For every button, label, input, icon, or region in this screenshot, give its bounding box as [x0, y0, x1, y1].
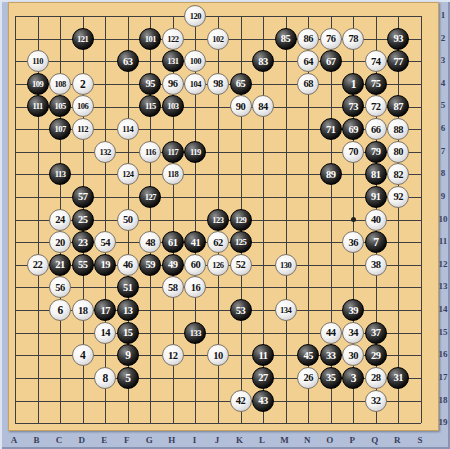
move-number: 67: [326, 56, 336, 67]
stone-P16-move-30[interactable]: 30: [342, 344, 364, 366]
move-number: 39: [349, 305, 359, 316]
stone-I7-move-119[interactable]: 119: [184, 141, 206, 163]
stone-O3-move-67[interactable]: 67: [320, 50, 342, 72]
move-number: 17: [100, 305, 110, 316]
column-label-S: S: [417, 435, 422, 445]
move-number: 75: [371, 78, 381, 89]
move-number: 92: [394, 191, 404, 202]
stone-O17-move-35[interactable]: 35: [320, 367, 342, 389]
stone-F13-move-51[interactable]: 51: [117, 276, 139, 298]
stone-Q18-move-32[interactable]: 32: [365, 390, 387, 412]
move-number: 35: [326, 372, 336, 383]
row-label-5: 5: [441, 100, 446, 110]
move-number: 114: [122, 124, 133, 134]
move-number: 24: [55, 214, 65, 225]
row-label-10: 10: [439, 214, 448, 224]
stone-M12-move-130[interactable]: 130: [275, 254, 297, 276]
move-number: 117: [167, 147, 178, 157]
stone-F17-move-5[interactable]: 5: [117, 367, 139, 389]
move-number: 3: [351, 372, 356, 384]
stone-Q7-move-79[interactable]: 79: [365, 141, 387, 163]
stone-O8-move-89[interactable]: 89: [320, 163, 342, 185]
move-number: 30: [349, 350, 359, 361]
move-number: 133: [190, 328, 201, 338]
move-number: 101: [145, 34, 156, 44]
stone-P2-move-78[interactable]: 78: [342, 28, 364, 50]
stone-Q11-move-7[interactable]: 7: [365, 231, 387, 253]
move-number: 125: [235, 237, 246, 247]
move-number: 119: [190, 147, 201, 157]
stone-D5-move-106[interactable]: 106: [72, 95, 94, 117]
stone-R2-move-93[interactable]: 93: [387, 28, 409, 50]
stone-G12-move-59[interactable]: 59: [139, 254, 161, 276]
stone-C5-move-105[interactable]: 105: [49, 95, 71, 117]
move-number: 8: [103, 372, 108, 384]
stone-Q6-move-66[interactable]: 66: [365, 118, 387, 140]
stone-D9-move-57[interactable]: 57: [72, 186, 94, 208]
move-number: 78: [349, 33, 359, 44]
stone-G7-move-116[interactable]: 116: [139, 141, 161, 163]
column-label-L: L: [259, 435, 265, 445]
move-number: 120: [190, 11, 201, 21]
move-number: 111: [32, 101, 42, 111]
stone-R5-move-87[interactable]: 87: [387, 95, 409, 117]
row-label-14: 14: [439, 304, 448, 314]
move-number: 44: [326, 327, 336, 338]
grid-line-vertical: [398, 16, 399, 423]
row-label-9: 9: [441, 191, 446, 201]
stone-Q8-move-81[interactable]: 81: [365, 163, 387, 185]
move-number: 37: [371, 327, 381, 338]
stone-J4-move-98[interactable]: 98: [207, 73, 229, 95]
stone-F14-move-13[interactable]: 13: [117, 299, 139, 321]
stone-O6-move-71[interactable]: 71: [320, 118, 342, 140]
move-number: 96: [168, 78, 178, 89]
move-number: 65: [236, 78, 246, 89]
move-number: 32: [371, 395, 381, 406]
stone-P7-move-70[interactable]: 70: [342, 141, 364, 163]
move-number: 26: [303, 372, 313, 383]
stone-Q4-move-75[interactable]: 75: [365, 73, 387, 95]
move-number: 122: [167, 34, 178, 44]
move-number: 23: [78, 237, 88, 248]
move-number: 7: [373, 236, 378, 248]
grid-line-vertical: [286, 16, 287, 423]
stone-N16-move-45[interactable]: 45: [297, 344, 319, 366]
stone-M14-move-134[interactable]: 134: [275, 299, 297, 321]
move-number: 6: [57, 304, 62, 316]
move-number: 25: [78, 214, 88, 225]
stone-K10-move-129[interactable]: 129: [230, 209, 252, 231]
stone-L5-move-84[interactable]: 84: [252, 95, 274, 117]
stone-F15-move-15[interactable]: 15: [117, 322, 139, 344]
move-number: 91: [371, 191, 381, 202]
move-number: 90: [236, 101, 246, 112]
stone-K11-move-125[interactable]: 125: [230, 231, 252, 253]
column-label-J: J: [215, 435, 220, 445]
move-number: 52: [236, 259, 246, 270]
move-number: 66: [371, 124, 381, 135]
move-number: 9: [125, 349, 130, 361]
stone-K12-move-52[interactable]: 52: [230, 254, 252, 276]
move-number: 80: [394, 146, 404, 157]
stone-B4-move-109[interactable]: 109: [27, 73, 49, 95]
stone-C12-move-21[interactable]: 21: [49, 254, 71, 276]
stone-K18-move-42[interactable]: 42: [230, 390, 252, 412]
stone-R7-move-80[interactable]: 80: [387, 141, 409, 163]
stone-H12-move-49[interactable]: 49: [162, 254, 184, 276]
row-label-18: 18: [439, 395, 448, 405]
stone-H3-move-131[interactable]: 131: [162, 50, 184, 72]
stone-I13-move-16[interactable]: 16: [184, 276, 206, 298]
move-number: 12: [168, 350, 178, 361]
grid-line-vertical: [421, 16, 422, 423]
move-number: 110: [32, 56, 43, 66]
stone-Q15-move-37[interactable]: 37: [365, 322, 387, 344]
move-number: 1: [351, 78, 356, 90]
move-number: 105: [54, 101, 65, 111]
stone-K14-move-53[interactable]: 53: [230, 299, 252, 321]
move-number: 34: [349, 327, 359, 338]
stone-D6-move-112[interactable]: 112: [72, 118, 94, 140]
move-number: 38: [371, 259, 381, 270]
move-number: 31: [394, 372, 404, 383]
move-number: 13: [123, 305, 133, 316]
move-number: 15: [123, 327, 133, 338]
stone-F12-move-46[interactable]: 46: [117, 254, 139, 276]
grid-line-horizontal: [15, 423, 421, 424]
stone-R17-move-31[interactable]: 31: [387, 367, 409, 389]
stone-J12-move-126[interactable]: 126: [207, 254, 229, 276]
move-number: 70: [349, 146, 359, 157]
column-label-K: K: [236, 435, 243, 445]
move-number: 108: [54, 79, 65, 89]
move-number: 74: [371, 56, 381, 67]
stone-K4-move-65[interactable]: 65: [230, 73, 252, 95]
move-number: 129: [235, 215, 246, 225]
stone-D14-move-18[interactable]: 18: [72, 299, 94, 321]
move-number: 72: [371, 101, 381, 112]
stone-E7-move-132[interactable]: 132: [94, 141, 116, 163]
move-number: 57: [78, 191, 88, 202]
stone-Q17-move-28[interactable]: 28: [365, 367, 387, 389]
move-number: 46: [123, 259, 133, 270]
stone-D4-move-2[interactable]: 2: [72, 73, 94, 95]
move-number: 84: [258, 101, 268, 112]
column-label-Q: Q: [371, 435, 378, 445]
move-number: 41: [191, 237, 201, 248]
stone-B3-move-110[interactable]: 110: [27, 50, 49, 72]
stone-P14-move-39[interactable]: 39: [342, 299, 364, 321]
stone-H8-move-118[interactable]: 118: [162, 163, 184, 185]
move-number: 123: [212, 215, 223, 225]
move-number: 42: [236, 395, 246, 406]
stone-I4-move-104[interactable]: 104: [184, 73, 206, 95]
move-number: 71: [326, 124, 336, 135]
stone-Q10-move-40[interactable]: 40: [365, 209, 387, 231]
stone-L3-move-83[interactable]: 83: [252, 50, 274, 72]
move-number: 18: [78, 305, 88, 316]
stone-R9-move-92[interactable]: 92: [387, 186, 409, 208]
move-number: 29: [371, 350, 381, 361]
stone-C6-move-107[interactable]: 107: [49, 118, 71, 140]
move-number: 79: [371, 146, 381, 157]
stone-D10-move-25[interactable]: 25: [72, 209, 94, 231]
stone-D16-move-4[interactable]: 4: [72, 344, 94, 366]
column-label-F: F: [124, 435, 130, 445]
move-number: 116: [145, 147, 156, 157]
move-number: 104: [190, 79, 201, 89]
stone-C13-move-56[interactable]: 56: [49, 276, 71, 298]
move-number: 54: [100, 237, 110, 248]
move-number: 51: [123, 282, 133, 293]
move-number: 83: [258, 56, 268, 67]
stone-O15-move-44[interactable]: 44: [320, 322, 342, 344]
move-number: 107: [54, 124, 65, 134]
column-label-R: R: [394, 435, 401, 445]
move-number: 10: [213, 350, 223, 361]
stone-D12-move-55[interactable]: 55: [72, 254, 94, 276]
stone-C4-move-108[interactable]: 108: [49, 73, 71, 95]
stone-F10-move-50[interactable]: 50: [117, 209, 139, 231]
move-number: 4: [80, 349, 85, 361]
column-label-P: P: [350, 435, 356, 445]
move-number: 98: [213, 78, 223, 89]
stone-E14-move-17[interactable]: 17: [94, 299, 116, 321]
move-number: 49: [168, 259, 178, 270]
stone-I11-move-41[interactable]: 41: [184, 231, 206, 253]
move-number: 50: [123, 214, 133, 225]
stone-J16-move-10[interactable]: 10: [207, 344, 229, 366]
move-number: 59: [146, 259, 156, 270]
move-number: 85: [281, 33, 291, 44]
stone-I15-move-133[interactable]: 133: [184, 322, 206, 344]
move-number: 103: [167, 101, 178, 111]
stone-P15-move-34[interactable]: 34: [342, 322, 364, 344]
move-number: 58: [168, 282, 178, 293]
stone-R8-move-82[interactable]: 82: [387, 163, 409, 185]
row-label-2: 2: [441, 33, 446, 43]
stone-F6-move-114[interactable]: 114: [117, 118, 139, 140]
move-number: 118: [167, 169, 178, 179]
stone-F16-move-9[interactable]: 9: [117, 344, 139, 366]
stone-E12-move-19[interactable]: 19: [94, 254, 116, 276]
move-number: 43: [258, 395, 268, 406]
stone-M2-move-85[interactable]: 85: [275, 28, 297, 50]
row-label-7: 7: [441, 146, 446, 156]
stone-Q5-move-72[interactable]: 72: [365, 95, 387, 117]
move-number: 130: [280, 260, 291, 270]
move-number: 11: [259, 350, 268, 361]
column-label-G: G: [146, 435, 153, 445]
stone-L18-move-43[interactable]: 43: [252, 390, 274, 412]
stone-N17-move-26[interactable]: 26: [297, 367, 319, 389]
stone-C14-move-6[interactable]: 6: [49, 299, 71, 321]
stone-E11-move-54[interactable]: 54: [94, 231, 116, 253]
stone-R6-move-88[interactable]: 88: [387, 118, 409, 140]
stone-N3-move-64[interactable]: 64: [297, 50, 319, 72]
move-number: 132: [100, 147, 111, 157]
stone-R3-move-77[interactable]: 77: [387, 50, 409, 72]
column-label-C: C: [56, 435, 63, 445]
move-number: 127: [145, 192, 156, 202]
row-label-17: 17: [439, 372, 448, 382]
stone-P6-move-69[interactable]: 69: [342, 118, 364, 140]
stone-G5-move-115[interactable]: 115: [139, 95, 161, 117]
move-number: 16: [191, 282, 201, 293]
move-number: 121: [77, 34, 88, 44]
move-number: 62: [213, 237, 223, 248]
move-number: 100: [190, 56, 201, 66]
column-label-H: H: [168, 435, 175, 445]
stone-J2-move-102[interactable]: 102: [207, 28, 229, 50]
stone-G4-move-95[interactable]: 95: [139, 73, 161, 95]
column-label-M: M: [280, 435, 289, 445]
stone-G2-move-101[interactable]: 101: [139, 28, 161, 50]
move-number: 112: [77, 124, 88, 134]
move-number: 53: [236, 305, 246, 316]
row-label-3: 3: [441, 55, 446, 65]
stone-H16-move-12[interactable]: 12: [162, 344, 184, 366]
row-label-11: 11: [439, 236, 448, 246]
move-number: 126: [212, 260, 223, 270]
stone-K5-move-90[interactable]: 90: [230, 95, 252, 117]
move-number: 68: [303, 78, 313, 89]
go-board[interactable]: 1234567891011121314151617181920212223242…: [8, 2, 439, 431]
column-label-D: D: [78, 435, 85, 445]
move-number: 63: [123, 56, 133, 67]
stone-I12-move-60[interactable]: 60: [184, 254, 206, 276]
stone-D11-move-23[interactable]: 23: [72, 231, 94, 253]
move-number: 33: [326, 350, 336, 361]
stone-O2-move-76[interactable]: 76: [320, 28, 342, 50]
row-label-4: 4: [441, 78, 446, 88]
move-number: 64: [303, 56, 313, 67]
move-number: 69: [349, 124, 359, 135]
stone-H11-move-61[interactable]: 61: [162, 231, 184, 253]
stone-L17-move-27[interactable]: 27: [252, 367, 274, 389]
column-label-E: E: [101, 435, 107, 445]
stone-N4-move-68[interactable]: 68: [297, 73, 319, 95]
stone-G11-move-48[interactable]: 48: [139, 231, 161, 253]
column-label-I: I: [193, 435, 197, 445]
stone-J11-move-62[interactable]: 62: [207, 231, 229, 253]
row-label-16: 16: [439, 349, 448, 359]
stone-C11-move-20[interactable]: 20: [49, 231, 71, 253]
column-label-B: B: [34, 435, 40, 445]
stone-P17-move-3[interactable]: 3: [342, 367, 364, 389]
move-number: 109: [32, 79, 43, 89]
move-number: 22: [33, 259, 43, 270]
grid-line-horizontal: [15, 401, 421, 402]
move-number: 88: [394, 124, 404, 135]
row-label-1: 1: [441, 10, 446, 20]
stone-Q12-move-38[interactable]: 38: [365, 254, 387, 276]
stone-I1-move-120[interactable]: 120: [184, 5, 206, 27]
stone-N2-move-86[interactable]: 86: [297, 28, 319, 50]
row-label-13: 13: [439, 281, 448, 291]
move-number: 45: [303, 350, 313, 361]
move-number: 77: [394, 56, 404, 67]
stone-H7-move-117[interactable]: 117: [162, 141, 184, 163]
move-number: 36: [349, 237, 359, 248]
stone-Q16-move-29[interactable]: 29: [365, 344, 387, 366]
move-number: 14: [100, 327, 110, 338]
stone-B12-move-22[interactable]: 22: [27, 254, 49, 276]
stone-H5-move-103[interactable]: 103: [162, 95, 184, 117]
stone-I3-move-100[interactable]: 100: [184, 50, 206, 72]
stone-Q9-move-91[interactable]: 91: [365, 186, 387, 208]
move-number: 19: [100, 259, 110, 270]
go-client-window: 1234567891011121314151617181920212223242…: [0, 0, 450, 449]
column-label-N: N: [304, 435, 311, 445]
move-number: 21: [55, 259, 65, 270]
move-number: 115: [145, 101, 156, 111]
move-number: 131: [167, 56, 178, 66]
move-number: 86: [303, 33, 313, 44]
stone-G9-move-127[interactable]: 127: [139, 186, 161, 208]
row-label-15: 15: [439, 327, 448, 337]
stone-H13-move-58[interactable]: 58: [162, 276, 184, 298]
row-label-12: 12: [439, 259, 448, 269]
stone-C8-move-113[interactable]: 113: [49, 163, 71, 185]
move-number: 93: [394, 33, 404, 44]
stone-L16-move-11[interactable]: 11: [252, 344, 274, 366]
move-number: 28: [371, 372, 381, 383]
stone-F3-move-63[interactable]: 63: [117, 50, 139, 72]
move-number: 102: [212, 34, 223, 44]
move-number: 48: [146, 237, 156, 248]
stone-P5-move-73[interactable]: 73: [342, 95, 364, 117]
row-label-19: 19: [439, 417, 448, 427]
move-number: 61: [168, 237, 178, 248]
stone-J10-move-123[interactable]: 123: [207, 209, 229, 231]
row-label-6: 6: [441, 123, 446, 133]
stone-C10-move-24[interactable]: 24: [49, 209, 71, 231]
move-number: 95: [146, 78, 156, 89]
move-number: 55: [78, 259, 88, 270]
move-number: 40: [371, 214, 381, 225]
stone-H4-move-96[interactable]: 96: [162, 73, 184, 95]
stone-O16-move-33[interactable]: 33: [320, 344, 342, 366]
move-number: 113: [55, 169, 66, 179]
move-number: 82: [394, 169, 404, 180]
row-label-8: 8: [441, 168, 446, 178]
move-number: 20: [55, 237, 65, 248]
stone-F8-move-124[interactable]: 124: [117, 163, 139, 185]
stone-E15-move-14[interactable]: 14: [94, 322, 116, 344]
move-number: 2: [80, 78, 85, 90]
stone-B5-move-111[interactable]: 111: [27, 95, 49, 117]
stone-P11-move-36[interactable]: 36: [342, 231, 364, 253]
move-number: 87: [394, 101, 404, 112]
move-number: 27: [258, 372, 268, 383]
stone-E17-move-8[interactable]: 8: [94, 367, 116, 389]
stone-D2-move-121[interactable]: 121: [72, 28, 94, 50]
move-number: 56: [55, 282, 65, 293]
star-point-P10: [351, 217, 356, 222]
move-number: 134: [280, 305, 291, 315]
stone-Q3-move-74[interactable]: 74: [365, 50, 387, 72]
move-number: 89: [326, 169, 336, 180]
move-number: 73: [349, 101, 359, 112]
move-number: 124: [122, 169, 133, 179]
move-number: 60: [191, 259, 201, 270]
stone-P4-move-1[interactable]: 1: [342, 73, 364, 95]
move-number: 5: [125, 372, 130, 384]
grid-line-horizontal: [15, 287, 421, 288]
stone-H2-move-122[interactable]: 122: [162, 28, 184, 50]
